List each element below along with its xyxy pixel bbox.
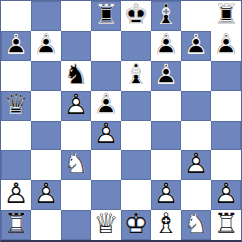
square-g8[interactable]: [181, 1, 211, 31]
piece-outline-glyph: ♙: [151, 61, 181, 91]
piece-outline-glyph: ♙: [151, 180, 181, 210]
piece-black-pawn[interactable]: ♟♙: [1, 31, 31, 61]
piece-black-pawn[interactable]: ♟♙: [151, 61, 181, 91]
square-d7[interactable]: [91, 31, 121, 61]
square-f1[interactable]: ♝♗: [151, 210, 181, 240]
square-a7[interactable]: ♟♙: [1, 31, 31, 61]
square-b7[interactable]: ♟♙: [31, 31, 61, 61]
square-b3[interactable]: [31, 150, 61, 180]
square-c2[interactable]: [61, 180, 91, 210]
piece-white-pawn[interactable]: ♟♙: [31, 180, 61, 210]
piece-black-pawn[interactable]: ♟♙: [151, 31, 181, 61]
square-c8[interactable]: [61, 1, 91, 31]
square-b5[interactable]: [31, 91, 61, 121]
piece-outline-glyph: ♙: [91, 91, 121, 121]
piece-black-pawn[interactable]: ♟♙: [211, 31, 241, 61]
piece-outline-glyph: ♙: [151, 31, 181, 61]
piece-black-king[interactable]: ♚♔: [121, 1, 151, 31]
square-c4[interactable]: [61, 121, 91, 151]
square-a2[interactable]: ♟♙: [1, 180, 31, 210]
piece-white-knight[interactable]: ♞♘: [181, 210, 211, 240]
square-c1[interactable]: [61, 210, 91, 240]
piece-white-queen[interactable]: ♛♕: [91, 210, 121, 240]
piece-outline-glyph: ♙: [31, 180, 61, 210]
piece-outline-glyph: ♙: [1, 180, 31, 210]
piece-outline-glyph: ♙: [211, 31, 241, 61]
piece-outline-glyph: ♗: [121, 61, 151, 91]
square-h8[interactable]: ♜♖: [211, 1, 241, 31]
square-d3[interactable]: [91, 150, 121, 180]
piece-black-pawn[interactable]: ♟♙: [31, 31, 61, 61]
square-e1[interactable]: ♚♔: [121, 210, 151, 240]
square-g3[interactable]: ♟♙: [181, 150, 211, 180]
square-e7[interactable]: [121, 31, 151, 61]
piece-black-knight[interactable]: ♞♘: [61, 61, 91, 91]
piece-outline-glyph: ♙: [31, 31, 61, 61]
square-g6[interactable]: [181, 61, 211, 91]
piece-outline-glyph: ♙: [181, 31, 211, 61]
piece-white-pawn[interactable]: ♟♙: [61, 91, 91, 121]
piece-white-pawn[interactable]: ♟♙: [1, 180, 31, 210]
piece-outline-glyph: ♖: [211, 1, 241, 31]
square-a1[interactable]: ♜♖: [1, 210, 31, 240]
piece-white-bishop[interactable]: ♝♗: [151, 210, 181, 240]
piece-outline-glyph: ♙: [1, 31, 31, 61]
square-h5[interactable]: [211, 91, 241, 121]
square-a3[interactable]: [1, 150, 31, 180]
square-f4[interactable]: [151, 121, 181, 151]
piece-outline-glyph: ♙: [61, 91, 91, 121]
square-h4[interactable]: [211, 121, 241, 151]
square-h1[interactable]: ♜♖: [211, 210, 241, 240]
piece-black-bishop[interactable]: ♝♗: [151, 1, 181, 31]
piece-white-king[interactable]: ♚♔: [121, 210, 151, 240]
square-b6[interactable]: [31, 61, 61, 91]
piece-white-knight[interactable]: ♞♘: [61, 150, 91, 180]
square-a6[interactable]: [1, 61, 31, 91]
piece-outline-glyph: ♗: [151, 1, 181, 31]
square-h2[interactable]: ♟♙: [211, 180, 241, 210]
piece-outline-glyph: ♖: [91, 1, 121, 31]
square-f7[interactable]: ♟♙: [151, 31, 181, 61]
piece-outline-glyph: ♔: [121, 210, 151, 240]
chess-board-widget: ♜♖♚♔♝♗♜♖♟♙♟♙♟♙♟♙♟♙♞♘♝♗♟♙♛♕♟♙♟♙♟♙♞♘♟♙♟♙♟♙…: [0, 0, 242, 242]
piece-outline-glyph: ♗: [151, 210, 181, 240]
piece-black-pawn[interactable]: ♟♙: [91, 91, 121, 121]
piece-outline-glyph: ♘: [181, 210, 211, 240]
square-e4[interactable]: [121, 121, 151, 151]
square-c7[interactable]: [61, 31, 91, 61]
piece-outline-glyph: ♘: [61, 150, 91, 180]
piece-black-queen[interactable]: ♛♕: [1, 91, 31, 121]
square-e8[interactable]: ♚♔: [121, 1, 151, 31]
piece-white-pawn[interactable]: ♟♙: [91, 121, 121, 151]
piece-outline-glyph: ♙: [211, 180, 241, 210]
piece-outline-glyph: ♕: [1, 91, 31, 121]
square-g4[interactable]: [181, 121, 211, 151]
chess-board: ♜♖♚♔♝♗♜♖♟♙♟♙♟♙♟♙♟♙♞♘♝♗♟♙♛♕♟♙♟♙♟♙♞♘♟♙♟♙♟♙…: [0, 0, 242, 242]
square-f8[interactable]: ♝♗: [151, 1, 181, 31]
square-d5[interactable]: ♟♙: [91, 91, 121, 121]
piece-black-bishop[interactable]: ♝♗: [121, 61, 151, 91]
piece-white-pawn[interactable]: ♟♙: [181, 150, 211, 180]
piece-outline-glyph: ♙: [181, 150, 211, 180]
square-d8[interactable]: ♜♖: [91, 1, 121, 31]
square-c3[interactable]: ♞♘: [61, 150, 91, 180]
square-f5[interactable]: [151, 91, 181, 121]
piece-outline-glyph: ♖: [211, 210, 241, 240]
square-h6[interactable]: [211, 61, 241, 91]
square-d4[interactable]: ♟♙: [91, 121, 121, 151]
piece-white-pawn[interactable]: ♟♙: [211, 180, 241, 210]
piece-black-pawn[interactable]: ♟♙: [181, 31, 211, 61]
square-d2[interactable]: [91, 180, 121, 210]
square-h7[interactable]: ♟♙: [211, 31, 241, 61]
square-e3[interactable]: [121, 150, 151, 180]
piece-outline-glyph: ♕: [91, 210, 121, 240]
square-f6[interactable]: ♟♙: [151, 61, 181, 91]
square-g2[interactable]: [181, 180, 211, 210]
piece-outline-glyph: ♔: [121, 1, 151, 31]
square-a4[interactable]: [1, 121, 31, 151]
piece-white-pawn[interactable]: ♟♙: [151, 180, 181, 210]
piece-white-rook[interactable]: ♜♖: [1, 210, 31, 240]
square-a5[interactable]: ♛♕: [1, 91, 31, 121]
square-f2[interactable]: ♟♙: [151, 180, 181, 210]
piece-outline-glyph: ♘: [61, 61, 91, 91]
square-e5[interactable]: [121, 91, 151, 121]
square-e6[interactable]: ♝♗: [121, 61, 151, 91]
square-b8[interactable]: [31, 1, 61, 31]
square-b1[interactable]: [31, 210, 61, 240]
piece-white-rook[interactable]: ♜♖: [211, 210, 241, 240]
square-a8[interactable]: [1, 1, 31, 31]
square-g5[interactable]: [181, 91, 211, 121]
square-g7[interactable]: ♟♙: [181, 31, 211, 61]
square-g1[interactable]: ♞♘: [181, 210, 211, 240]
square-b4[interactable]: [31, 121, 61, 151]
square-c5[interactable]: ♟♙: [61, 91, 91, 121]
piece-black-rook[interactable]: ♜♖: [91, 1, 121, 31]
square-e2[interactable]: [121, 180, 151, 210]
piece-black-rook[interactable]: ♜♖: [211, 1, 241, 31]
square-d1[interactable]: ♛♕: [91, 210, 121, 240]
square-f3[interactable]: [151, 150, 181, 180]
square-c6[interactable]: ♞♘: [61, 61, 91, 91]
square-h3[interactable]: [211, 150, 241, 180]
square-d6[interactable]: [91, 61, 121, 91]
square-b2[interactable]: ♟♙: [31, 180, 61, 210]
piece-outline-glyph: ♙: [91, 121, 121, 151]
piece-outline-glyph: ♖: [1, 210, 31, 240]
